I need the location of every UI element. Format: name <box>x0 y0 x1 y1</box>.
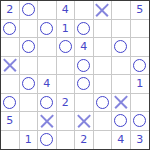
number-clue: 4 <box>80 41 87 52</box>
circle-mark <box>3 96 16 109</box>
cell-r5c5[interactable] <box>75 75 94 94</box>
circle-mark <box>133 114 146 127</box>
cell-r7c4[interactable] <box>57 112 76 131</box>
number-clue: 2 <box>6 4 13 15</box>
cell-r4c4[interactable] <box>57 57 76 76</box>
cell-r6c8[interactable] <box>131 94 150 113</box>
number-clue: 5 <box>6 115 13 126</box>
cell-r2c5[interactable] <box>75 20 94 39</box>
number-clue: 1 <box>62 23 69 34</box>
cell-r8c7: 4 <box>112 131 131 150</box>
circle-mark <box>3 22 16 35</box>
cell-r6c4: 2 <box>57 94 76 113</box>
cell-r8c3[interactable] <box>38 131 57 150</box>
cell-r1c4: 4 <box>57 1 76 20</box>
circle-mark <box>40 133 53 146</box>
cell-r2c1[interactable] <box>1 20 20 39</box>
cell-r2c3[interactable] <box>38 20 57 39</box>
cell-r2c7[interactable] <box>112 20 131 39</box>
cell-r2c6[interactable] <box>94 20 113 39</box>
cell-r7c3[interactable] <box>38 112 57 131</box>
cell-r5c3: 4 <box>38 75 57 94</box>
cell-r4c8[interactable] <box>131 57 150 76</box>
cell-r8c2: 1 <box>20 131 39 150</box>
circle-mark <box>114 40 127 53</box>
cell-r5c7[interactable] <box>112 75 131 94</box>
cell-r3c7[interactable] <box>112 38 131 57</box>
cell-r2c4: 1 <box>57 20 76 39</box>
number-clue: 4 <box>62 4 69 15</box>
circle-mark <box>133 59 146 72</box>
puzzle-board: 2451441251243 <box>0 0 150 150</box>
number-clue: 4 <box>43 78 50 89</box>
circle-mark <box>77 59 90 72</box>
cell-r4c1[interactable] <box>1 57 20 76</box>
cell-r4c6[interactable] <box>94 57 113 76</box>
cell-r3c6[interactable] <box>94 38 113 57</box>
cell-r6c7[interactable] <box>112 94 131 113</box>
cell-r5c8: 1 <box>131 75 150 94</box>
cell-r3c2[interactable] <box>20 38 39 57</box>
cell-r6c1[interactable] <box>1 94 20 113</box>
circle-mark <box>22 77 35 90</box>
circle-mark <box>22 40 35 53</box>
cell-r6c3[interactable] <box>38 94 57 113</box>
cell-r2c2[interactable] <box>20 20 39 39</box>
number-clue: 3 <box>136 134 143 145</box>
cell-r6c6[interactable] <box>94 94 113 113</box>
cell-r4c2[interactable] <box>20 57 39 76</box>
cell-r3c5: 4 <box>75 38 94 57</box>
cell-r8c6[interactable] <box>94 131 113 150</box>
cell-r5c1[interactable] <box>1 75 20 94</box>
cell-r7c7[interactable] <box>112 112 131 131</box>
cell-r3c3[interactable] <box>38 38 57 57</box>
cell-r1c1: 2 <box>1 1 20 20</box>
cell-r1c7[interactable] <box>112 1 131 20</box>
number-clue: 2 <box>80 134 87 145</box>
circle-mark <box>77 22 90 35</box>
number-clue: 1 <box>136 78 143 89</box>
circle-mark <box>114 114 127 127</box>
cell-r3c1[interactable] <box>1 38 20 57</box>
circle-mark <box>40 22 53 35</box>
number-clue: 4 <box>117 134 124 145</box>
cross-mark <box>40 114 53 127</box>
cell-r1c3[interactable] <box>38 1 57 20</box>
cell-r4c7[interactable] <box>112 57 131 76</box>
cell-r5c6[interactable] <box>94 75 113 94</box>
cross-mark <box>114 96 127 109</box>
cell-r7c6[interactable] <box>94 112 113 131</box>
cross-mark <box>77 114 90 127</box>
circle-mark <box>59 40 72 53</box>
cell-r4c5[interactable] <box>75 57 94 76</box>
cell-r7c1: 5 <box>1 112 20 131</box>
cell-r8c5: 2 <box>75 131 94 150</box>
circle-mark <box>40 96 53 109</box>
cross-mark <box>96 3 109 16</box>
cell-r2c8[interactable] <box>131 20 150 39</box>
cell-r7c2[interactable] <box>20 112 39 131</box>
cell-r5c2[interactable] <box>20 75 39 94</box>
cell-r3c4[interactable] <box>57 38 76 57</box>
cell-r1c2[interactable] <box>20 1 39 20</box>
cell-r1c5[interactable] <box>75 1 94 20</box>
circle-mark <box>77 77 90 90</box>
cell-r7c5[interactable] <box>75 112 94 131</box>
cell-r6c5[interactable] <box>75 94 94 113</box>
cell-r4c3[interactable] <box>38 57 57 76</box>
circle-mark <box>22 3 35 16</box>
cell-r8c1[interactable] <box>1 131 20 150</box>
cell-r6c2[interactable] <box>20 94 39 113</box>
number-clue: 5 <box>136 4 143 15</box>
circle-mark <box>96 96 109 109</box>
cell-r5c4[interactable] <box>57 75 76 94</box>
cell-r8c8: 3 <box>131 131 150 150</box>
cell-r3c8[interactable] <box>131 38 150 57</box>
cell-r8c4[interactable] <box>57 131 76 150</box>
cell-r1c8: 5 <box>131 1 150 20</box>
cell-r1c6[interactable] <box>94 1 113 20</box>
number-clue: 2 <box>62 97 69 108</box>
number-clue: 1 <box>25 134 32 145</box>
cell-r7c8[interactable] <box>131 112 150 131</box>
cross-mark <box>3 59 16 72</box>
